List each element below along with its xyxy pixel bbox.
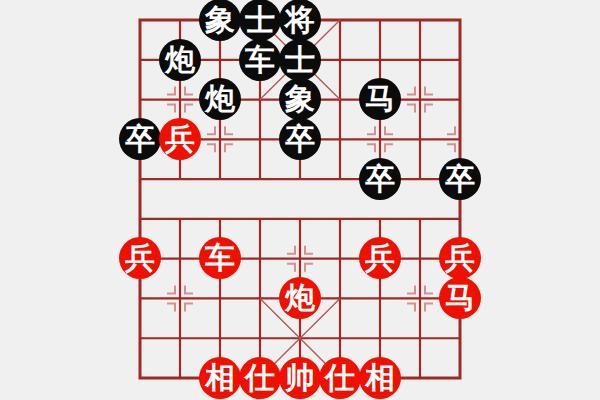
piece-black-soldier[interactable]: 卒: [359, 158, 401, 200]
piece-black-advisor[interactable]: 士: [239, 0, 281, 41]
piece-red-cannon[interactable]: 炮: [279, 277, 321, 319]
piece-black-elephant[interactable]: 象: [279, 78, 321, 120]
board-pieces: 象士将炮车士炮象马卒兵卒卒卒兵车兵兵炮马相仕帅仕相: [120, 0, 480, 398]
xiangqi-board: 象士将炮车士炮象马卒兵卒卒卒兵车兵兵炮马相仕帅仕相: [0, 0, 600, 400]
piece-red-advisor[interactable]: 仕: [239, 357, 281, 399]
piece-black-cannon[interactable]: 炮: [159, 39, 201, 81]
piece-red-soldier[interactable]: 兵: [159, 118, 201, 160]
piece-red-advisor[interactable]: 仕: [319, 357, 361, 399]
piece-red-soldier[interactable]: 兵: [439, 237, 481, 279]
piece-black-general[interactable]: 将: [279, 0, 321, 41]
piece-red-elephant[interactable]: 相: [359, 357, 401, 399]
piece-black-cannon[interactable]: 炮: [199, 78, 241, 120]
piece-black-soldier[interactable]: 卒: [439, 158, 481, 200]
piece-red-elephant[interactable]: 相: [199, 357, 241, 399]
piece-red-horse[interactable]: 马: [439, 277, 481, 319]
piece-red-chariot[interactable]: 车: [199, 237, 241, 279]
piece-black-chariot[interactable]: 车: [239, 39, 281, 81]
piece-black-soldier[interactable]: 卒: [279, 118, 321, 160]
piece-black-soldier[interactable]: 卒: [119, 118, 161, 160]
piece-red-general[interactable]: 帅: [279, 357, 321, 399]
piece-red-soldier[interactable]: 兵: [119, 237, 161, 279]
piece-black-elephant[interactable]: 象: [199, 0, 241, 41]
piece-black-horse[interactable]: 马: [359, 78, 401, 120]
piece-black-advisor[interactable]: 士: [279, 39, 321, 81]
piece-red-soldier[interactable]: 兵: [359, 237, 401, 279]
